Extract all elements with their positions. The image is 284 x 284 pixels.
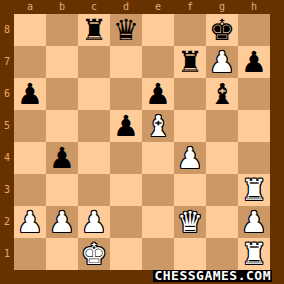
square-h7[interactable]: ♟ — [238, 46, 270, 78]
file-label-f: f — [174, 0, 206, 14]
square-a4[interactable] — [14, 142, 46, 174]
rank-label-3: 3 — [0, 174, 14, 206]
file-label-c: c — [78, 0, 110, 14]
square-h6[interactable] — [238, 78, 270, 110]
rank-label-5: 5 — [0, 110, 14, 142]
square-b7[interactable] — [46, 46, 78, 78]
rank-label-7: 7 — [0, 46, 14, 78]
square-c3[interactable] — [78, 174, 110, 206]
piece-white-queen-f2[interactable]: ♛ — [177, 206, 203, 238]
square-b5[interactable] — [46, 110, 78, 142]
square-b8[interactable] — [46, 14, 78, 46]
chessgames-watermark: CHESSGAMES.COM — [153, 270, 272, 282]
piece-black-pawn-d5[interactable]: ♟ — [113, 110, 139, 142]
piece-black-pawn-a6[interactable]: ♟ — [17, 78, 43, 110]
square-e1[interactable] — [142, 238, 174, 270]
square-d1[interactable] — [110, 238, 142, 270]
square-f4[interactable]: ♟ — [174, 142, 206, 174]
chess-board-frame: abcdefgh 87654321 ♜♛♚♜♟♟♟♟♝♟♝♟♟♜♟♟♟♛♟♚♜ … — [0, 0, 284, 284]
square-b4[interactable]: ♟ — [46, 142, 78, 174]
square-h5[interactable] — [238, 110, 270, 142]
square-d7[interactable] — [110, 46, 142, 78]
square-f1[interactable] — [174, 238, 206, 270]
file-label-a: a — [14, 0, 46, 14]
square-c4[interactable] — [78, 142, 110, 174]
piece-black-rook-f7[interactable]: ♜ — [177, 46, 203, 78]
file-label-g: g — [206, 0, 238, 14]
square-e6[interactable]: ♟ — [142, 78, 174, 110]
square-c8[interactable]: ♜ — [78, 14, 110, 46]
square-a5[interactable] — [14, 110, 46, 142]
rank-label-4: 4 — [0, 142, 14, 174]
piece-white-pawn-h2[interactable]: ♟ — [241, 206, 267, 238]
square-g6[interactable]: ♝ — [206, 78, 238, 110]
piece-black-pawn-h7[interactable]: ♟ — [241, 46, 267, 78]
square-e5[interactable]: ♝ — [142, 110, 174, 142]
piece-black-bishop-g6[interactable]: ♝ — [209, 78, 235, 110]
square-f5[interactable] — [174, 110, 206, 142]
square-e7[interactable] — [142, 46, 174, 78]
square-g1[interactable] — [206, 238, 238, 270]
square-e4[interactable] — [142, 142, 174, 174]
square-h4[interactable] — [238, 142, 270, 174]
square-h8[interactable] — [238, 14, 270, 46]
square-a8[interactable] — [14, 14, 46, 46]
square-a1[interactable] — [14, 238, 46, 270]
piece-white-king-c1[interactable]: ♚ — [81, 238, 107, 270]
rank-label-1: 1 — [0, 238, 14, 270]
piece-white-rook-h1[interactable]: ♜ — [241, 238, 267, 270]
square-e8[interactable] — [142, 14, 174, 46]
piece-white-pawn-c2[interactable]: ♟ — [81, 206, 107, 238]
piece-white-pawn-f4[interactable]: ♟ — [177, 142, 203, 174]
rank-label-2: 2 — [0, 206, 14, 238]
piece-black-rook-c8[interactable]: ♜ — [81, 14, 107, 46]
square-b3[interactable] — [46, 174, 78, 206]
square-f6[interactable] — [174, 78, 206, 110]
square-c2[interactable]: ♟ — [78, 206, 110, 238]
square-c6[interactable] — [78, 78, 110, 110]
square-b2[interactable]: ♟ — [46, 206, 78, 238]
square-d3[interactable] — [110, 174, 142, 206]
square-d4[interactable] — [110, 142, 142, 174]
chess-board: ♜♛♚♜♟♟♟♟♝♟♝♟♟♜♟♟♟♛♟♚♜ — [14, 14, 270, 270]
square-a3[interactable] — [14, 174, 46, 206]
square-e2[interactable] — [142, 206, 174, 238]
file-label-d: d — [110, 0, 142, 14]
rank-label-6: 6 — [0, 78, 14, 110]
square-g4[interactable] — [206, 142, 238, 174]
file-label-h: h — [238, 0, 270, 14]
square-f7[interactable]: ♜ — [174, 46, 206, 78]
square-g5[interactable] — [206, 110, 238, 142]
square-d6[interactable] — [110, 78, 142, 110]
piece-white-pawn-a2[interactable]: ♟ — [17, 206, 43, 238]
square-d2[interactable] — [110, 206, 142, 238]
square-f8[interactable] — [174, 14, 206, 46]
piece-black-pawn-b4[interactable]: ♟ — [49, 142, 75, 174]
square-h1[interactable]: ♜ — [238, 238, 270, 270]
square-g2[interactable] — [206, 206, 238, 238]
file-label-e: e — [142, 0, 174, 14]
file-labels: abcdefgh — [14, 0, 270, 14]
square-c1[interactable]: ♚ — [78, 238, 110, 270]
square-b6[interactable] — [46, 78, 78, 110]
piece-white-pawn-b2[interactable]: ♟ — [49, 206, 75, 238]
piece-black-queen-d8[interactable]: ♛ — [113, 14, 139, 46]
square-c7[interactable] — [78, 46, 110, 78]
square-d8[interactable]: ♛ — [110, 14, 142, 46]
piece-black-king-g8[interactable]: ♚ — [209, 14, 235, 46]
piece-white-bishop-e5[interactable]: ♝ — [145, 110, 171, 142]
rank-label-8: 8 — [0, 14, 14, 46]
square-b1[interactable] — [46, 238, 78, 270]
square-g7[interactable]: ♟ — [206, 46, 238, 78]
square-c5[interactable] — [78, 110, 110, 142]
square-h3[interactable]: ♜ — [238, 174, 270, 206]
file-label-b: b — [46, 0, 78, 14]
square-f2[interactable]: ♛ — [174, 206, 206, 238]
square-h2[interactable]: ♟ — [238, 206, 270, 238]
square-g3[interactable] — [206, 174, 238, 206]
piece-white-rook-h3[interactable]: ♜ — [241, 174, 267, 206]
square-d5[interactable]: ♟ — [110, 110, 142, 142]
square-a2[interactable]: ♟ — [14, 206, 46, 238]
square-f3[interactable] — [174, 174, 206, 206]
square-e3[interactable] — [142, 174, 174, 206]
rank-labels: 87654321 — [0, 14, 14, 270]
piece-black-pawn-e6[interactable]: ♟ — [145, 78, 171, 110]
square-a6[interactable]: ♟ — [14, 78, 46, 110]
piece-white-pawn-g7[interactable]: ♟ — [209, 46, 235, 78]
square-g8[interactable]: ♚ — [206, 14, 238, 46]
square-a7[interactable] — [14, 46, 46, 78]
